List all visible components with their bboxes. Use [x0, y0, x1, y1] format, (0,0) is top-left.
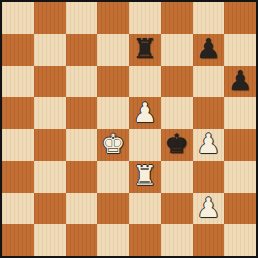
- square-e2[interactable]: [129, 193, 161, 225]
- square-b8[interactable]: [34, 2, 66, 34]
- square-h3[interactable]: [224, 161, 256, 193]
- square-a4[interactable]: [2, 129, 34, 161]
- square-g1[interactable]: [193, 224, 225, 256]
- square-c4[interactable]: [66, 129, 98, 161]
- square-c8[interactable]: [66, 2, 98, 34]
- square-e1[interactable]: [129, 224, 161, 256]
- square-g5[interactable]: [193, 97, 225, 129]
- square-b1[interactable]: [34, 224, 66, 256]
- square-f3[interactable]: [161, 161, 193, 193]
- square-c2[interactable]: [66, 193, 98, 225]
- square-f1[interactable]: [161, 224, 193, 256]
- square-f8[interactable]: [161, 2, 193, 34]
- square-f7[interactable]: [161, 34, 193, 66]
- square-c5[interactable]: [66, 97, 98, 129]
- square-d7[interactable]: [97, 34, 129, 66]
- square-d4[interactable]: ♚: [97, 129, 129, 161]
- square-e3[interactable]: ♜: [129, 161, 161, 193]
- square-b6[interactable]: [34, 66, 66, 98]
- square-a7[interactable]: [2, 34, 34, 66]
- piece-black-king[interactable]: ♚: [165, 130, 189, 157]
- piece-white-pawn[interactable]: ♟: [133, 99, 157, 126]
- piece-black-pawn[interactable]: ♟: [196, 35, 220, 62]
- square-h8[interactable]: [224, 2, 256, 34]
- square-g2[interactable]: ♟: [193, 193, 225, 225]
- square-d2[interactable]: [97, 193, 129, 225]
- square-a8[interactable]: [2, 2, 34, 34]
- square-d3[interactable]: [97, 161, 129, 193]
- square-e7[interactable]: ♜: [129, 34, 161, 66]
- square-f6[interactable]: [161, 66, 193, 98]
- square-h6[interactable]: ♟: [224, 66, 256, 98]
- square-g8[interactable]: [193, 2, 225, 34]
- square-g4[interactable]: ♟: [193, 129, 225, 161]
- square-h5[interactable]: [224, 97, 256, 129]
- square-d1[interactable]: [97, 224, 129, 256]
- square-g7[interactable]: ♟: [193, 34, 225, 66]
- square-h2[interactable]: [224, 193, 256, 225]
- square-b4[interactable]: [34, 129, 66, 161]
- piece-white-king[interactable]: ♚: [101, 130, 125, 157]
- square-b3[interactable]: [34, 161, 66, 193]
- square-d6[interactable]: [97, 66, 129, 98]
- square-h1[interactable]: [224, 224, 256, 256]
- square-a1[interactable]: [2, 224, 34, 256]
- square-h4[interactable]: [224, 129, 256, 161]
- square-f5[interactable]: [161, 97, 193, 129]
- square-c6[interactable]: [66, 66, 98, 98]
- square-b7[interactable]: [34, 34, 66, 66]
- square-a6[interactable]: [2, 66, 34, 98]
- square-f4[interactable]: ♚: [161, 129, 193, 161]
- square-g6[interactable]: [193, 66, 225, 98]
- piece-white-pawn[interactable]: ♟: [196, 130, 220, 157]
- square-d8[interactable]: [97, 2, 129, 34]
- square-e6[interactable]: [129, 66, 161, 98]
- square-a3[interactable]: [2, 161, 34, 193]
- square-b5[interactable]: [34, 97, 66, 129]
- piece-white-rook[interactable]: ♜: [133, 162, 157, 189]
- piece-black-pawn[interactable]: ♟: [228, 67, 252, 94]
- square-f2[interactable]: [161, 193, 193, 225]
- square-e8[interactable]: [129, 2, 161, 34]
- square-e4[interactable]: [129, 129, 161, 161]
- square-c7[interactable]: [66, 34, 98, 66]
- square-b2[interactable]: [34, 193, 66, 225]
- square-h7[interactable]: [224, 34, 256, 66]
- square-d5[interactable]: [97, 97, 129, 129]
- square-g3[interactable]: [193, 161, 225, 193]
- piece-black-rook[interactable]: ♜: [133, 35, 157, 62]
- square-c3[interactable]: [66, 161, 98, 193]
- piece-white-pawn[interactable]: ♟: [196, 194, 220, 221]
- square-c1[interactable]: [66, 224, 98, 256]
- square-e5[interactable]: ♟: [129, 97, 161, 129]
- square-a5[interactable]: [2, 97, 34, 129]
- chess-board: ♜♟♟♟♚♚♟♜♟: [0, 0, 258, 258]
- square-a2[interactable]: [2, 193, 34, 225]
